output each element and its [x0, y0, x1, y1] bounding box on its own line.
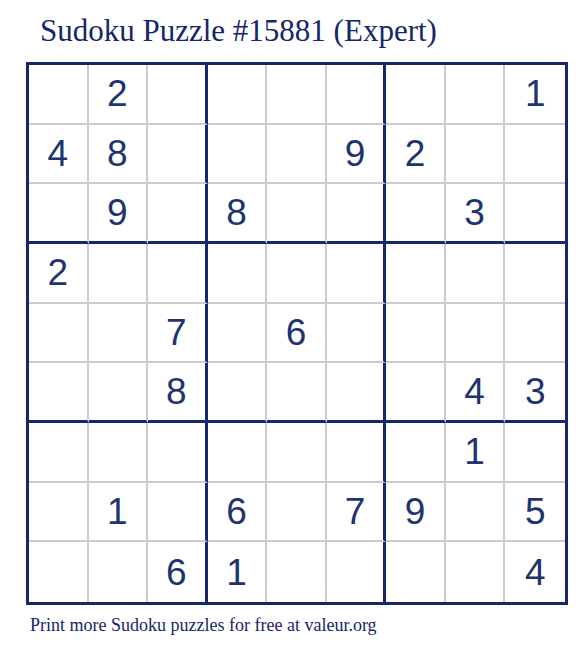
cell-r5c5: 6	[267, 304, 327, 364]
cell-r5c4	[208, 304, 268, 364]
cell-r8c8	[446, 483, 506, 543]
cell-r7c3	[148, 423, 208, 483]
cell-r9c8	[446, 542, 506, 602]
cell-r3c4: 8	[208, 184, 268, 244]
cell-r5c6	[327, 304, 387, 364]
cell-r4c9	[505, 244, 565, 304]
cell-r4c4	[208, 244, 268, 304]
cell-r8c7: 9	[386, 483, 446, 543]
sudoku-board: 214892983276843116795614	[26, 62, 568, 605]
cell-r8c3	[148, 483, 208, 543]
cell-r9c2	[89, 542, 149, 602]
cell-r4c3	[148, 244, 208, 304]
cell-r1c8	[446, 65, 506, 125]
cell-r1c2: 2	[89, 65, 149, 125]
cell-r7c9	[505, 423, 565, 483]
cell-r9c3: 6	[148, 542, 208, 602]
cell-r1c9: 1	[505, 65, 565, 125]
cell-r1c1	[29, 65, 89, 125]
cell-r6c4	[208, 363, 268, 423]
cell-r7c4	[208, 423, 268, 483]
cell-r5c7	[386, 304, 446, 364]
cell-r2c1: 4	[29, 125, 89, 185]
cell-r8c6: 7	[327, 483, 387, 543]
cell-r2c6: 9	[327, 125, 387, 185]
cell-r3c1	[29, 184, 89, 244]
cell-r7c2	[89, 423, 149, 483]
cell-r8c2: 1	[89, 483, 149, 543]
cell-r2c2: 8	[89, 125, 149, 185]
cell-r2c8	[446, 125, 506, 185]
cell-r4c2	[89, 244, 149, 304]
cell-r6c8: 4	[446, 363, 506, 423]
cell-r6c3: 8	[148, 363, 208, 423]
cell-r3c3	[148, 184, 208, 244]
cell-r7c8: 1	[446, 423, 506, 483]
cell-r1c3	[148, 65, 208, 125]
cell-r3c8: 3	[446, 184, 506, 244]
cell-r6c1	[29, 363, 89, 423]
cell-r9c9: 4	[505, 542, 565, 602]
cell-r9c4: 1	[208, 542, 268, 602]
cell-r6c9: 3	[505, 363, 565, 423]
cell-r5c3: 7	[148, 304, 208, 364]
cell-r7c5	[267, 423, 327, 483]
cell-r7c7	[386, 423, 446, 483]
cell-r3c6	[327, 184, 387, 244]
cell-r6c7	[386, 363, 446, 423]
cell-r3c2: 9	[89, 184, 149, 244]
cell-r4c8	[446, 244, 506, 304]
cell-r4c1: 2	[29, 244, 89, 304]
cell-r6c5	[267, 363, 327, 423]
page-title: Sudoku Puzzle #15881 (Expert)	[40, 13, 437, 49]
cell-r3c9	[505, 184, 565, 244]
cell-r4c7	[386, 244, 446, 304]
cell-r9c1	[29, 542, 89, 602]
cell-r8c9: 5	[505, 483, 565, 543]
cell-r5c9	[505, 304, 565, 364]
cell-r6c2	[89, 363, 149, 423]
cell-r5c8	[446, 304, 506, 364]
cell-r7c1	[29, 423, 89, 483]
cell-r3c7	[386, 184, 446, 244]
cell-r2c5	[267, 125, 327, 185]
cell-r7c6	[327, 423, 387, 483]
cell-r4c6	[327, 244, 387, 304]
cell-r9c7	[386, 542, 446, 602]
cell-r2c4	[208, 125, 268, 185]
cell-r2c7: 2	[386, 125, 446, 185]
cell-r4c5	[267, 244, 327, 304]
cell-r1c7	[386, 65, 446, 125]
cell-r1c5	[267, 65, 327, 125]
cell-r2c3	[148, 125, 208, 185]
cell-r8c4: 6	[208, 483, 268, 543]
cell-r5c2	[89, 304, 149, 364]
cell-r6c6	[327, 363, 387, 423]
cell-r9c6	[327, 542, 387, 602]
cell-r8c1	[29, 483, 89, 543]
cell-r8c5	[267, 483, 327, 543]
cell-r1c4	[208, 65, 268, 125]
cell-r2c9	[505, 125, 565, 185]
footer-credit: Print more Sudoku puzzles for free at va…	[30, 615, 377, 636]
cell-r5c1	[29, 304, 89, 364]
cell-r3c5	[267, 184, 327, 244]
cell-r1c6	[327, 65, 387, 125]
cell-r9c5	[267, 542, 327, 602]
